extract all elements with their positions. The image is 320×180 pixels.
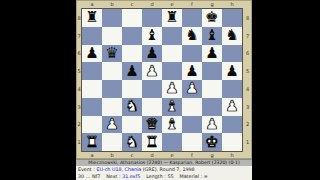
- square-b8: [102, 9, 122, 27]
- coordinate-label-b: b: [102, 151, 122, 159]
- square-b6: ♛: [102, 45, 122, 63]
- piece-white-pawn: ♟: [102, 116, 122, 134]
- chess-panel: abcdefgh 87654321 ♜♜♚♝♞♝♞♟♛♟♟♟♟♟♟♟♟♞♝♟♟♛…: [76, 0, 252, 180]
- square-a8: ♜: [82, 9, 102, 27]
- square-e3: ♝: [162, 98, 182, 116]
- coordinate-label-b: b: [102, 0, 122, 8]
- file-labels-bottom: abcdefgh: [82, 151, 242, 159]
- square-h2: [222, 116, 242, 134]
- thumbnail-stage: abcdefgh 87654321 ♜♜♚♝♞♝♞♟♛♟♟♟♟♟♟♟♟♞♝♟♟♛…: [0, 0, 320, 180]
- square-d2: ♛: [142, 116, 162, 134]
- coordinate-label-c: c: [122, 151, 142, 159]
- square-b2: ♟: [102, 116, 122, 134]
- square-e8: ♜: [162, 9, 182, 27]
- coordinate-label-e: e: [162, 151, 182, 159]
- coordinate-label-a: a: [82, 151, 102, 159]
- coordinate-label-1: 1: [243, 133, 252, 151]
- event-label: Event :: [78, 167, 96, 172]
- piece-black-knight: ♞: [182, 27, 202, 45]
- file-labels-top: abcdefgh: [82, 0, 242, 8]
- board-frame: abcdefgh 87654321 ♜♜♚♝♞♝♞♟♛♟♟♟♟♟♟♟♟♞♝♟♟♛…: [76, 0, 252, 159]
- coordinate-label-5: 5: [243, 62, 252, 80]
- piece-white-rook: ♜: [82, 133, 102, 151]
- square-e2: ♝: [162, 116, 182, 134]
- coordinate-label-h: h: [222, 151, 242, 159]
- piece-black-pawn: ♟: [82, 45, 102, 63]
- next-move: 31.exf5: [122, 174, 140, 179]
- square-g2: ♟: [202, 116, 222, 134]
- square-g7: ♝: [202, 27, 222, 45]
- piece-black-rook: ♜: [162, 9, 182, 27]
- piece-black-pawn: ♟: [142, 45, 162, 63]
- piece-white-pawn: ♟: [182, 80, 202, 98]
- square-a1: ♜: [82, 133, 102, 151]
- piece-black-pawn: ♟: [202, 45, 222, 63]
- square-c8: [122, 9, 142, 27]
- coordinate-label-h: h: [222, 0, 242, 8]
- piece-white-rook: ♜: [142, 133, 162, 151]
- square-h3: ♟: [222, 98, 242, 116]
- piece-black-king: ♚: [202, 9, 222, 27]
- coordinate-label-g: g: [202, 151, 222, 159]
- square-f1: [182, 133, 202, 151]
- piece-white-knight: ♞: [122, 98, 142, 116]
- square-c6: [122, 45, 142, 63]
- square-a7: [82, 27, 102, 45]
- coordinate-label-8: 8: [243, 9, 252, 27]
- piece-white-bishop: ♝: [162, 98, 182, 116]
- piece-black-knight: ♞: [222, 27, 242, 45]
- square-d3: [142, 98, 162, 116]
- square-f2: [182, 116, 202, 134]
- piece-white-knight: ♞: [122, 133, 142, 151]
- next-label: Next :: [106, 174, 122, 179]
- square-b3: [102, 98, 122, 116]
- coordinate-label-d: d: [142, 0, 162, 8]
- players-bar: Miecznowski, Athanasios (2240) — Kaspari…: [76, 159, 252, 166]
- square-c1: ♞: [122, 133, 142, 151]
- coordinate-label-c: c: [122, 0, 142, 8]
- coordinate-label-6: 6: [243, 45, 252, 63]
- coordinate-label-f: f: [182, 0, 202, 8]
- coordinate-label-3: 3: [243, 98, 252, 116]
- square-h8: [222, 9, 242, 27]
- square-a6: ♟: [82, 45, 102, 63]
- square-b1: [102, 133, 122, 151]
- piece-white-pawn: ♟: [142, 62, 162, 80]
- square-b7: [102, 27, 122, 45]
- piece-black-bishop: ♝: [202, 27, 222, 45]
- piece-white-bishop: ♝: [162, 116, 182, 134]
- game-info-bar: Event : EU-ch U18, Chania (GRE), Round 7…: [76, 166, 252, 180]
- piece-black-queen: ♛: [102, 45, 122, 63]
- square-d1: ♜: [142, 133, 162, 151]
- piece-black-pawn: ♟: [222, 62, 242, 80]
- coordinate-label-f: f: [182, 151, 202, 159]
- square-c4: [122, 80, 142, 98]
- square-h6: [222, 45, 242, 63]
- piece-white-pawn: ♟: [222, 98, 242, 116]
- square-a5: [82, 62, 102, 80]
- coordinate-label-a: a: [82, 0, 102, 8]
- event-name: EU-ch U18, Chania: [96, 167, 141, 172]
- piece-white-pawn: ♟: [202, 116, 222, 134]
- left-black-bar: [0, 0, 76, 180]
- square-e4: ♟: [162, 80, 182, 98]
- square-d8: [142, 9, 162, 27]
- piece-black-rook: ♜: [82, 9, 102, 27]
- square-c2: [122, 116, 142, 134]
- rank-labels-right: 87654321: [243, 9, 252, 151]
- piece-black-pawn: ♟: [122, 62, 142, 80]
- coordinate-label-d: d: [142, 151, 162, 159]
- square-g5: [202, 62, 222, 80]
- square-h5: ♟: [222, 62, 242, 80]
- material-label: Material :: [180, 174, 204, 179]
- square-d4: [142, 80, 162, 98]
- square-e5: [162, 62, 182, 80]
- square-b4: [102, 80, 122, 98]
- square-g6: ♟: [202, 45, 222, 63]
- square-f8: [182, 9, 202, 27]
- square-e6: [162, 45, 182, 63]
- square-c5: ♟: [122, 62, 142, 80]
- square-f7: ♞: [182, 27, 202, 45]
- piece-black-bishop: ♝: [142, 27, 162, 45]
- square-a3: [82, 98, 102, 116]
- square-b5: [102, 62, 122, 80]
- material-value: =: [204, 174, 208, 179]
- coordinate-label-2: 2: [243, 116, 252, 134]
- square-d7: ♝: [142, 27, 162, 45]
- square-g8: ♚: [202, 9, 222, 27]
- coordinate-label-4: 4: [243, 80, 252, 98]
- piece-white-queen: ♛: [142, 116, 162, 134]
- square-f5: ♟: [182, 62, 202, 80]
- coordinate-label-7: 7: [243, 27, 252, 45]
- piece-black-pawn: ♟: [182, 62, 202, 80]
- square-h4: [222, 80, 242, 98]
- coordinate-label-e: e: [162, 0, 182, 8]
- square-d5: ♟: [142, 62, 162, 80]
- square-c3: ♞: [122, 98, 142, 116]
- chess-board: ♜♜♚♝♞♝♞♟♛♟♟♟♟♟♟♟♟♞♝♟♟♛♝♟♜♞♜♚: [82, 9, 242, 151]
- piece-white-king: ♚: [202, 133, 222, 151]
- last-move: 30 … Nf7: [78, 174, 100, 179]
- square-f3: [182, 98, 202, 116]
- event-line: Event : EU-ch U18, Chania (GRE), Round 7…: [78, 166, 252, 173]
- square-h1: [222, 133, 242, 151]
- event-details: (GRE), Round 7, 1998: [141, 167, 194, 172]
- square-e7: [162, 27, 182, 45]
- coordinate-label-g: g: [202, 0, 222, 8]
- length-value: 55: [167, 174, 173, 179]
- square-a2: [82, 116, 102, 134]
- square-a4: [82, 80, 102, 98]
- length-label: Length :: [146, 174, 167, 179]
- piece-white-pawn: ♟: [162, 80, 182, 98]
- square-f4: ♟: [182, 80, 202, 98]
- square-e1: [162, 133, 182, 151]
- square-g3: [202, 98, 222, 116]
- stats-line: 30 … Nf7Next : 31.exf5Length : 55Materia…: [78, 173, 252, 180]
- square-f6: [182, 45, 202, 63]
- right-black-bar: [252, 0, 320, 180]
- square-g4: [202, 80, 222, 98]
- square-g1: ♚: [202, 133, 222, 151]
- square-c7: [122, 27, 142, 45]
- square-h7: ♞: [222, 27, 242, 45]
- square-d6: ♟: [142, 45, 162, 63]
